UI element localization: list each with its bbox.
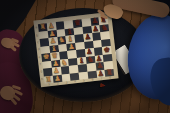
piece-black-pawn[interactable]: ♟: [97, 69, 105, 77]
file-label: c: [37, 41, 39, 44]
captured-piece[interactable]: ♟: [99, 83, 106, 89]
piece-black-bishop[interactable]: ♝: [78, 56, 86, 64]
square-a1[interactable]: ♜: [38, 23, 48, 31]
piece-white-knight[interactable]: ♞: [58, 36, 66, 44]
piece-white-rook[interactable]: ♜: [45, 75, 53, 83]
file-label: a: [35, 26, 37, 29]
square-h2[interactable]: ♟: [53, 74, 63, 82]
square-c3[interactable]: ♞: [57, 36, 67, 44]
square-b8[interactable]: ♞: [100, 24, 110, 32]
piece-black-rook[interactable]: ♜: [106, 68, 114, 76]
file-label: g: [40, 70, 42, 73]
square-h1[interactable]: ♜: [44, 75, 54, 83]
square-f5[interactable]: ♝: [77, 56, 87, 64]
file-label: f: [40, 63, 41, 66]
piece-white-pawn[interactable]: ♟: [67, 42, 75, 50]
piece-black-queen[interactable]: ♛: [74, 19, 82, 27]
file-label: b: [36, 34, 38, 37]
file-label: d: [38, 48, 40, 51]
piece-black-knight[interactable]: ♞: [87, 55, 95, 63]
piece-black-pawn[interactable]: ♟: [84, 33, 92, 41]
piece-white-pawn[interactable]: ♟: [53, 74, 61, 82]
square-a5[interactable]: ♛: [73, 19, 83, 27]
file-label: e: [39, 56, 41, 59]
piece-black-knight[interactable]: ♞: [101, 23, 109, 31]
photo-scene: abcdefgh 12345678 ♜♟♛♟♜♟♝♟♞♟♞♝♟♝♟♚♛♟♚♟♞♝…: [0, 0, 170, 113]
square-c6[interactable]: ♟: [83, 33, 93, 41]
square-b7[interactable]: ♟: [91, 25, 101, 33]
chess-board-frame: abcdefgh 12345678 ♜♟♛♟♜♟♝♟♞♟♞♝♟♝♟♚♛♟♚♟♞♝…: [33, 12, 118, 87]
square-h7[interactable]: ♟: [96, 69, 106, 77]
square-d4[interactable]: ♟: [67, 43, 77, 51]
square-f3[interactable]: ♞: [60, 58, 70, 66]
square-h8[interactable]: ♜: [105, 68, 115, 76]
square-e8[interactable]: ♚: [102, 46, 112, 54]
piece-black-king[interactable]: ♚: [103, 46, 111, 54]
chess-board: ♜♟♛♟♜♟♝♟♞♟♞♝♟♝♟♚♛♟♚♟♞♝♞♟♟♟♜♟♟♜: [38, 16, 114, 83]
square-f6[interactable]: ♞: [86, 55, 96, 63]
piece-white-knight[interactable]: ♞: [60, 58, 68, 66]
piece-black-pawn[interactable]: ♟: [92, 24, 100, 32]
piece-white-rook[interactable]: ♜: [39, 23, 47, 31]
file-label: h: [41, 78, 43, 81]
piece-white-king[interactable]: ♚: [42, 53, 50, 61]
square-e1[interactable]: ♚: [41, 53, 51, 61]
